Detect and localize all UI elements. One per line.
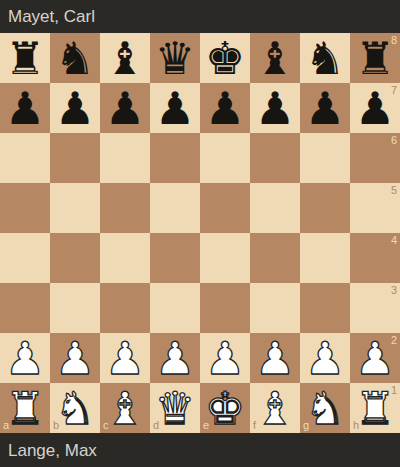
piece-black-pawn[interactable]: ♟: [200, 83, 250, 133]
square-e4[interactable]: [200, 233, 250, 283]
square-a1[interactable]: ♜a: [0, 383, 50, 433]
square-d8[interactable]: ♛: [150, 33, 200, 83]
square-g4[interactable]: [300, 233, 350, 283]
square-e8[interactable]: ♚: [200, 33, 250, 83]
square-h8[interactable]: ♜8: [350, 33, 400, 83]
square-e5[interactable]: [200, 183, 250, 233]
piece-white-pawn[interactable]: ♟: [250, 333, 300, 383]
piece-black-knight[interactable]: ♞: [300, 33, 350, 83]
square-f4[interactable]: [250, 233, 300, 283]
square-b5[interactable]: [50, 183, 100, 233]
piece-white-king[interactable]: ♚: [200, 383, 250, 433]
square-d3[interactable]: [150, 283, 200, 333]
rank-label-5: 5: [391, 185, 397, 196]
square-a4[interactable]: [0, 233, 50, 283]
square-g1[interactable]: ♞g: [300, 383, 350, 433]
player-bar-bottom: Lange, Max: [0, 433, 400, 467]
piece-black-knight[interactable]: ♞: [50, 33, 100, 83]
piece-white-rook[interactable]: ♜: [350, 383, 400, 433]
square-d5[interactable]: [150, 183, 200, 233]
square-e3[interactable]: [200, 283, 250, 333]
chess-game-view: Mayet, Carl ♜♞♝♛♚♝♞♜8♟♟♟♟♟♟♟♟76543♟♟♟♟♟♟…: [0, 0, 400, 467]
piece-black-bishop[interactable]: ♝: [250, 33, 300, 83]
square-g6[interactable]: [300, 133, 350, 183]
piece-white-rook[interactable]: ♜: [0, 383, 50, 433]
square-a3[interactable]: [0, 283, 50, 333]
square-g5[interactable]: [300, 183, 350, 233]
square-e7[interactable]: ♟: [200, 83, 250, 133]
piece-white-pawn[interactable]: ♟: [300, 333, 350, 383]
piece-black-rook[interactable]: ♜: [0, 33, 50, 83]
square-d7[interactable]: ♟: [150, 83, 200, 133]
piece-white-pawn[interactable]: ♟: [350, 333, 400, 383]
square-h4[interactable]: 4: [350, 233, 400, 283]
piece-white-knight[interactable]: ♞: [300, 383, 350, 433]
piece-black-bishop[interactable]: ♝: [100, 33, 150, 83]
piece-white-bishop[interactable]: ♝: [100, 383, 150, 433]
square-a8[interactable]: ♜: [0, 33, 50, 83]
piece-white-knight[interactable]: ♞: [50, 383, 100, 433]
piece-black-pawn[interactable]: ♟: [150, 83, 200, 133]
square-g7[interactable]: ♟: [300, 83, 350, 133]
square-b8[interactable]: ♞: [50, 33, 100, 83]
piece-black-pawn[interactable]: ♟: [350, 83, 400, 133]
square-h3[interactable]: 3: [350, 283, 400, 333]
square-e2[interactable]: ♟: [200, 333, 250, 383]
piece-black-pawn[interactable]: ♟: [250, 83, 300, 133]
square-d2[interactable]: ♟: [150, 333, 200, 383]
square-g2[interactable]: ♟: [300, 333, 350, 383]
square-f1[interactable]: ♝f: [250, 383, 300, 433]
piece-black-queen[interactable]: ♛: [150, 33, 200, 83]
player-name-black: Mayet, Carl: [8, 8, 95, 25]
square-h7[interactable]: ♟7: [350, 83, 400, 133]
square-c4[interactable]: [100, 233, 150, 283]
square-e1[interactable]: ♚e: [200, 383, 250, 433]
square-f7[interactable]: ♟: [250, 83, 300, 133]
square-f3[interactable]: [250, 283, 300, 333]
square-c2[interactable]: ♟: [100, 333, 150, 383]
square-f8[interactable]: ♝: [250, 33, 300, 83]
piece-white-pawn[interactable]: ♟: [50, 333, 100, 383]
square-c5[interactable]: [100, 183, 150, 233]
rank-label-3: 3: [391, 285, 397, 296]
square-d6[interactable]: [150, 133, 200, 183]
rank-label-6: 6: [391, 135, 397, 146]
square-b7[interactable]: ♟: [50, 83, 100, 133]
piece-black-king[interactable]: ♚: [200, 33, 250, 83]
square-f2[interactable]: ♟: [250, 333, 300, 383]
square-e6[interactable]: [200, 133, 250, 183]
square-d1[interactable]: ♛d: [150, 383, 200, 433]
piece-black-rook[interactable]: ♜: [350, 33, 400, 83]
square-c7[interactable]: ♟: [100, 83, 150, 133]
piece-white-pawn[interactable]: ♟: [100, 333, 150, 383]
square-f6[interactable]: [250, 133, 300, 183]
square-b4[interactable]: [50, 233, 100, 283]
square-d4[interactable]: [150, 233, 200, 283]
piece-black-pawn[interactable]: ♟: [0, 83, 50, 133]
square-b6[interactable]: [50, 133, 100, 183]
square-a6[interactable]: [0, 133, 50, 183]
piece-white-bishop[interactable]: ♝: [250, 383, 300, 433]
piece-white-pawn[interactable]: ♟: [150, 333, 200, 383]
square-b1[interactable]: ♞b: [50, 383, 100, 433]
square-f5[interactable]: [250, 183, 300, 233]
square-h5[interactable]: 5: [350, 183, 400, 233]
square-c6[interactable]: [100, 133, 150, 183]
square-g3[interactable]: [300, 283, 350, 333]
square-c1[interactable]: ♝c: [100, 383, 150, 433]
square-a7[interactable]: ♟: [0, 83, 50, 133]
chess-board: ♜♞♝♛♚♝♞♜8♟♟♟♟♟♟♟♟76543♟♟♟♟♟♟♟♟2♜a♞b♝c♛d♚…: [0, 33, 400, 433]
square-h1[interactable]: ♜1h: [350, 383, 400, 433]
square-c8[interactable]: ♝: [100, 33, 150, 83]
square-h2[interactable]: ♟2: [350, 333, 400, 383]
square-b3[interactable]: [50, 283, 100, 333]
rank-label-4: 4: [391, 235, 397, 246]
piece-white-pawn[interactable]: ♟: [200, 333, 250, 383]
piece-white-pawn[interactable]: ♟: [0, 333, 50, 383]
piece-white-queen[interactable]: ♛: [150, 383, 200, 433]
square-a5[interactable]: [0, 183, 50, 233]
player-name-white: Lange, Max: [8, 442, 97, 459]
piece-black-pawn[interactable]: ♟: [50, 83, 100, 133]
piece-black-pawn[interactable]: ♟: [300, 83, 350, 133]
piece-black-pawn[interactable]: ♟: [100, 83, 150, 133]
square-h6[interactable]: 6: [350, 133, 400, 183]
player-bar-top: Mayet, Carl: [0, 0, 400, 33]
square-b2[interactable]: ♟: [50, 333, 100, 383]
square-c3[interactable]: [100, 283, 150, 333]
square-a2[interactable]: ♟: [0, 333, 50, 383]
square-g8[interactable]: ♞: [300, 33, 350, 83]
